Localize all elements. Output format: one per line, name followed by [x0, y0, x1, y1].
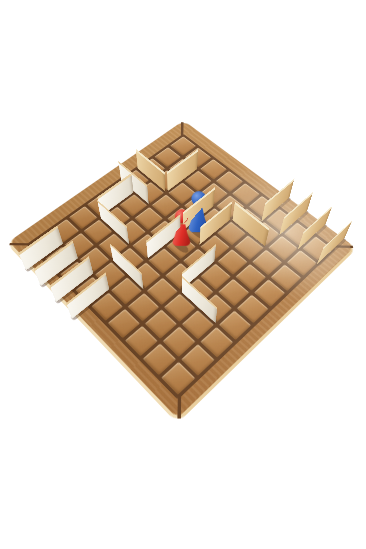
- corner-groove-bottom: [177, 390, 181, 418]
- product-photo-stage: Bamboo Quoridor board game, 9x9 grid pho…: [0, 0, 366, 549]
- wall-top-edge: [97, 173, 132, 199]
- board: [6, 121, 357, 424]
- corner-groove-top: [181, 122, 183, 137]
- wall-top-edge: [264, 179, 294, 206]
- scene: [0, 0, 366, 549]
- wall-top-edge: [18, 225, 58, 255]
